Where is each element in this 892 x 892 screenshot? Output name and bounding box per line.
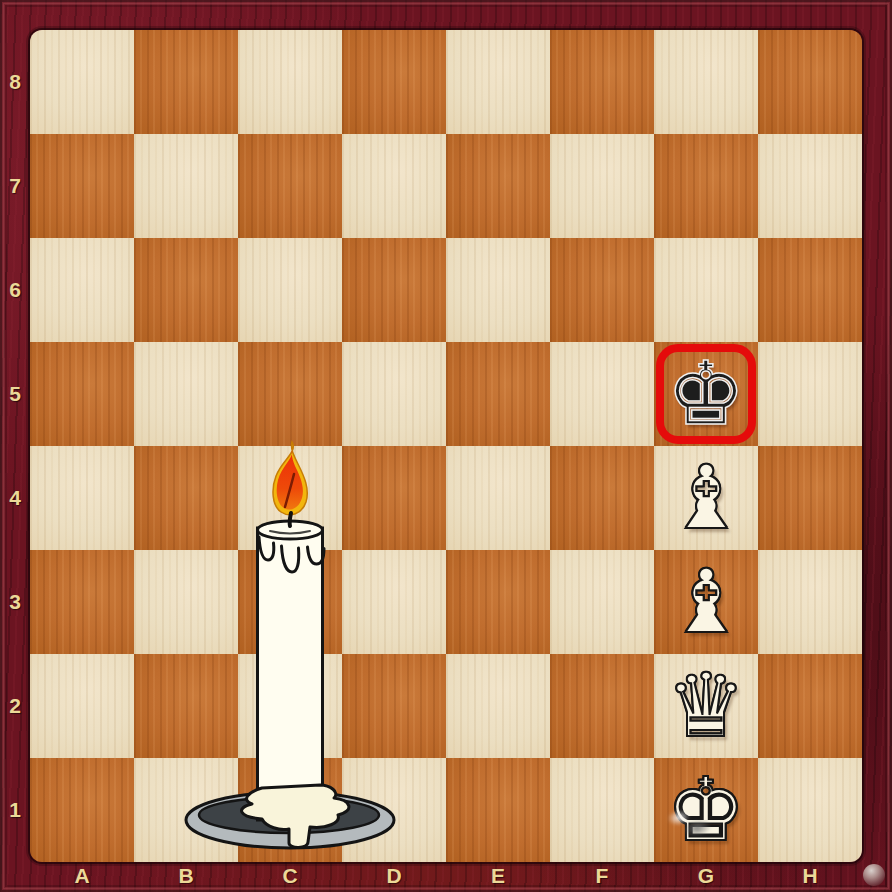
file-label-f: F — [550, 860, 654, 892]
chess-board: ♚♝♝♛♚ — [30, 30, 862, 862]
rank-label-2: 2 — [0, 654, 30, 758]
square-e2[interactable] — [446, 654, 550, 758]
square-c5[interactable] — [238, 342, 342, 446]
square-b5[interactable] — [134, 342, 238, 446]
square-f4[interactable] — [550, 446, 654, 550]
square-h6[interactable] — [758, 238, 862, 342]
square-d5[interactable] — [342, 342, 446, 446]
piece-white-queen[interactable]: ♛ — [654, 654, 758, 758]
file-label-a: A — [30, 860, 134, 892]
square-a1[interactable] — [30, 758, 134, 862]
square-e7[interactable] — [446, 134, 550, 238]
square-h7[interactable] — [758, 134, 862, 238]
square-b8[interactable] — [134, 30, 238, 134]
rank-label-8: 8 — [0, 30, 30, 134]
rank-label-4: 4 — [0, 446, 30, 550]
square-f7[interactable] — [550, 134, 654, 238]
square-f2[interactable] — [550, 654, 654, 758]
square-d3[interactable] — [342, 550, 446, 654]
square-c1[interactable] — [238, 758, 342, 862]
file-label-c: C — [238, 860, 342, 892]
square-c3[interactable] — [238, 550, 342, 654]
square-b2[interactable] — [134, 654, 238, 758]
square-a2[interactable] — [30, 654, 134, 758]
square-g1[interactable]: ♚ — [654, 758, 758, 862]
square-f1[interactable] — [550, 758, 654, 862]
square-h1[interactable] — [758, 758, 862, 862]
square-d4[interactable] — [342, 446, 446, 550]
square-a8[interactable] — [30, 30, 134, 134]
rank-label-6: 6 — [0, 238, 30, 342]
square-d6[interactable] — [342, 238, 446, 342]
file-label-h: H — [758, 860, 862, 892]
square-c4[interactable] — [238, 446, 342, 550]
square-g6[interactable] — [654, 238, 758, 342]
square-h4[interactable] — [758, 446, 862, 550]
file-labels: ABCDEFGH — [30, 860, 862, 892]
square-f5[interactable] — [550, 342, 654, 446]
piece-white-bishop[interactable]: ♝ — [654, 446, 758, 550]
piece-black-king[interactable]: ♚ — [654, 342, 758, 446]
square-e8[interactable] — [446, 30, 550, 134]
square-h2[interactable] — [758, 654, 862, 758]
square-g2[interactable]: ♛ — [654, 654, 758, 758]
square-b7[interactable] — [134, 134, 238, 238]
square-e1[interactable] — [446, 758, 550, 862]
square-g5[interactable]: ♚ — [654, 342, 758, 446]
square-e4[interactable] — [446, 446, 550, 550]
square-a4[interactable] — [30, 446, 134, 550]
square-a7[interactable] — [30, 134, 134, 238]
rank-label-7: 7 — [0, 134, 30, 238]
square-c8[interactable] — [238, 30, 342, 134]
square-h5[interactable] — [758, 342, 862, 446]
square-c7[interactable] — [238, 134, 342, 238]
square-h8[interactable] — [758, 30, 862, 134]
chess-board-frame: ♚♝♝♛♚ 87654321 ABCDEFGH — [0, 0, 892, 892]
square-f3[interactable] — [550, 550, 654, 654]
square-b1[interactable] — [134, 758, 238, 862]
square-e5[interactable] — [446, 342, 550, 446]
square-f6[interactable] — [550, 238, 654, 342]
piece-white-bishop[interactable]: ♝ — [654, 550, 758, 654]
corner-pin-decoration — [863, 864, 885, 886]
rank-label-3: 3 — [0, 550, 30, 654]
square-a6[interactable] — [30, 238, 134, 342]
file-label-g: G — [654, 860, 758, 892]
square-f8[interactable] — [550, 30, 654, 134]
square-e6[interactable] — [446, 238, 550, 342]
square-b6[interactable] — [134, 238, 238, 342]
file-label-b: B — [134, 860, 238, 892]
piece-white-king[interactable]: ♚ — [654, 758, 758, 862]
square-g3[interactable]: ♝ — [654, 550, 758, 654]
file-label-d: D — [342, 860, 446, 892]
square-d8[interactable] — [342, 30, 446, 134]
square-d2[interactable] — [342, 654, 446, 758]
square-e3[interactable] — [446, 550, 550, 654]
square-b3[interactable] — [134, 550, 238, 654]
file-label-e: E — [446, 860, 550, 892]
square-d7[interactable] — [342, 134, 446, 238]
square-c2[interactable] — [238, 654, 342, 758]
square-h3[interactable] — [758, 550, 862, 654]
square-d1[interactable] — [342, 758, 446, 862]
rank-label-1: 1 — [0, 758, 30, 862]
square-a5[interactable] — [30, 342, 134, 446]
rank-label-5: 5 — [0, 342, 30, 446]
square-a3[interactable] — [30, 550, 134, 654]
square-b4[interactable] — [134, 446, 238, 550]
square-c6[interactable] — [238, 238, 342, 342]
rank-labels: 87654321 — [0, 30, 30, 862]
square-g4[interactable]: ♝ — [654, 446, 758, 550]
square-g7[interactable] — [654, 134, 758, 238]
square-g8[interactable] — [654, 30, 758, 134]
